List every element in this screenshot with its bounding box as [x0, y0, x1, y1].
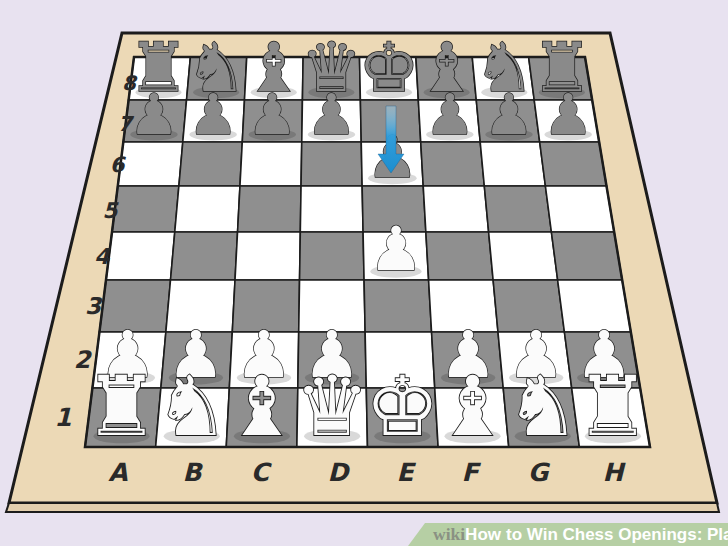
square-b4 [171, 232, 238, 280]
square-c4 [235, 232, 300, 280]
piece-black-pawn-g7: ♟ [484, 82, 534, 147]
piece-black-pawn-f7: ♟ [425, 82, 475, 147]
file-label-A: A [108, 458, 128, 487]
wikihow-chess-illustration: 87654321ABCDEFGH♜♞♝♛♚♝♞♜♟♟♟♟♟♟♟♟♟♟♟♟♟♟♟♟… [0, 0, 728, 546]
piece-white-bishop-f1: ♝ [435, 358, 509, 455]
rank-label-3: 3 [85, 293, 103, 319]
square-b5 [175, 186, 240, 232]
wikihow-logo-how: How [465, 525, 501, 545]
square-f4 [426, 232, 493, 280]
piece-black-pawn-h7: ♟ [543, 82, 593, 147]
piece-black-pawn-a7: ♟ [129, 82, 179, 147]
square-h4 [551, 232, 622, 280]
rank-label-1: 1 [54, 403, 71, 432]
piece-white-bishop-c1: ♝ [225, 358, 299, 455]
square-f6 [421, 142, 485, 186]
piece-black-pawn-b7: ♟ [188, 82, 238, 147]
piece-white-knight-g1: ♞ [506, 358, 580, 455]
piece-white-rook-a1: ♜ [84, 358, 158, 455]
square-f5 [423, 186, 488, 232]
piece-black-pawn-d7: ♟ [306, 82, 356, 147]
square-h6 [540, 142, 607, 186]
square-a6 [118, 142, 183, 186]
square-b6 [179, 142, 242, 186]
piece-white-king-e1: ♚ [365, 358, 439, 455]
file-label-G: G [528, 458, 551, 487]
rank-label-6: 6 [110, 153, 127, 177]
square-c5 [238, 186, 302, 232]
wikihow-logo-wiki: wiki [433, 524, 465, 545]
wikihow-caption-badge: wikiHow to Win Chess Openings: Playing B… [408, 523, 728, 546]
square-g5 [484, 186, 551, 232]
file-label-F: F [461, 458, 481, 487]
rank-label-5: 5 [103, 198, 120, 223]
square-g6 [480, 142, 545, 186]
file-label-H: H [603, 458, 627, 487]
square-e3 [364, 280, 431, 332]
piece-white-rook-h1: ♜ [576, 358, 650, 455]
board-side-edge [6, 503, 719, 512]
piece-white-knight-b1: ♞ [155, 358, 229, 455]
square-d5 [300, 186, 363, 232]
file-label-E: E [396, 458, 416, 487]
square-g4 [489, 232, 558, 280]
square-h5 [545, 186, 614, 232]
piece-black-king-e8: ♚ [359, 28, 420, 107]
rank-label-4: 4 [94, 244, 111, 269]
chess-board: 87654321ABCDEFGH♜♞♝♛♚♝♞♜♟♟♟♟♟♟♟♟♟♟♟♟♟♟♟♟… [0, 0, 728, 546]
caption-text: to Win Chess Openings: Playing Black [506, 525, 728, 545]
file-label-D: D [328, 458, 351, 487]
piece-white-queen-d1: ♛ [295, 358, 369, 455]
square-a4 [106, 232, 175, 280]
piece-black-pawn-c7: ♟ [247, 82, 297, 147]
square-c6 [240, 142, 302, 186]
square-d4 [300, 232, 365, 280]
file-label-B: B [182, 458, 203, 487]
square-a5 [112, 186, 179, 232]
piece-white-pawn-e4: ♟ [369, 213, 424, 284]
square-d6 [301, 142, 362, 186]
